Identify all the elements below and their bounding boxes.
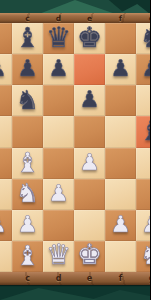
square-f5[interactable] [105,116,136,147]
file-label-e: e [84,273,96,284]
square-g5[interactable]: ♝ [136,116,150,147]
square-d6[interactable] [43,85,74,116]
piece-black-pawn[interactable]: ♟ [141,57,150,80]
board-frame-bottom-file-labels: abcdefgh [0,272,150,285]
file-label-d: d [53,273,65,284]
square-g4[interactable] [136,148,150,179]
square-b8[interactable] [0,23,12,54]
square-e6[interactable]: ♟ [74,85,105,116]
square-c3[interactable]: ♞ [12,179,43,210]
square-c7[interactable]: ♟ [12,54,43,85]
square-b6[interactable] [0,85,12,116]
square-d2[interactable] [43,210,74,241]
square-d3[interactable]: ♟ [43,179,74,210]
background-triangle [30,0,120,14]
piece-white-queen[interactable]: ♛ [46,241,71,269]
square-c5[interactable] [12,116,43,147]
square-d8[interactable]: ♛ [43,23,74,54]
square-e1[interactable]: ♚ [74,241,105,272]
square-e3[interactable] [74,179,105,210]
background-triangle [90,290,150,300]
piece-white-pawn[interactable]: ♟ [17,212,38,235]
square-b4[interactable] [0,148,12,179]
square-g7[interactable]: ♟ [136,54,150,85]
square-b3[interactable] [0,179,12,210]
square-e8[interactable]: ♚ [74,23,105,54]
square-b2[interactable]: ♟ [0,210,12,241]
square-g3[interactable] [136,179,150,210]
square-f1[interactable] [105,241,136,272]
square-b7[interactable]: ♟ [0,54,12,85]
square-e4[interactable]: ♟ [74,148,105,179]
piece-black-pawn[interactable]: ♟ [48,57,69,80]
piece-black-pawn[interactable]: ♟ [17,57,38,80]
piece-black-knight[interactable]: ♞ [16,86,39,112]
file-label-g: g [146,273,151,284]
piece-black-knight[interactable]: ♞ [140,24,150,50]
square-d5[interactable] [43,116,74,147]
piece-black-queen[interactable]: ♛ [46,23,71,51]
chess-app-screen: abcdefgh ♜♝♛♚♞♜♟♟♟♟♟♟♟♞♟♝♝♟♞♟♟♟♟♟♟♟♜♝♛♚♞… [0,0,150,300]
piece-white-pawn[interactable]: ♟ [79,150,100,173]
square-f2[interactable]: ♟ [105,210,136,241]
square-c6[interactable]: ♞ [12,85,43,116]
square-d7[interactable]: ♟ [43,54,74,85]
square-c1[interactable]: ♝ [12,241,43,272]
square-f6[interactable] [105,85,136,116]
piece-white-knight[interactable]: ♞ [16,180,39,206]
file-label-f: f [115,273,127,284]
square-g6[interactable] [136,85,150,116]
square-g2[interactable]: ♟ [136,210,150,241]
square-b1[interactable] [0,241,12,272]
square-f7[interactable]: ♟ [105,54,136,85]
square-e2[interactable] [74,210,105,241]
piece-black-bishop[interactable]: ♝ [139,117,150,144]
square-f4[interactable] [105,148,136,179]
background-pattern-top [0,0,150,14]
board[interactable]: ♜♝♛♚♞♜♟♟♟♟♟♟♟♞♟♝♝♟♞♟♟♟♟♟♟♟♜♝♛♚♞♜ [0,23,150,272]
piece-white-pawn[interactable]: ♟ [48,181,69,204]
background-pattern-bottom [0,284,150,300]
square-d4[interactable] [43,148,74,179]
piece-white-pawn[interactable]: ♟ [0,212,7,235]
piece-white-pawn[interactable]: ♟ [141,212,150,235]
background-triangle [95,0,150,14]
piece-black-pawn[interactable]: ♟ [79,88,100,111]
piece-white-bishop[interactable]: ♝ [15,148,39,175]
file-label-b: b [0,273,3,284]
square-c2[interactable]: ♟ [12,210,43,241]
piece-black-pawn[interactable]: ♟ [0,57,7,80]
file-label-b: b [0,14,3,23]
piece-white-bishop[interactable]: ♝ [15,241,39,268]
square-c4[interactable]: ♝ [12,148,43,179]
square-g1[interactable]: ♞ [136,241,150,272]
piece-white-knight[interactable]: ♞ [140,242,150,268]
square-d1[interactable]: ♛ [43,241,74,272]
piece-black-bishop[interactable]: ♝ [15,24,39,51]
square-b5[interactable] [0,116,12,147]
file-label-f: f [115,14,127,23]
piece-black-king[interactable]: ♚ [77,23,102,51]
square-e5[interactable] [74,116,105,147]
background-triangle [0,288,110,300]
square-c8[interactable]: ♝ [12,23,43,54]
square-g8[interactable]: ♞ [136,23,150,54]
piece-white-king[interactable]: ♚ [77,241,102,269]
square-e7[interactable] [74,54,105,85]
square-f3[interactable] [105,179,136,210]
piece-white-pawn[interactable]: ♟ [110,212,131,235]
square-f8[interactable] [105,23,136,54]
file-label-c: c [22,273,34,284]
piece-black-pawn[interactable]: ♟ [110,57,131,80]
